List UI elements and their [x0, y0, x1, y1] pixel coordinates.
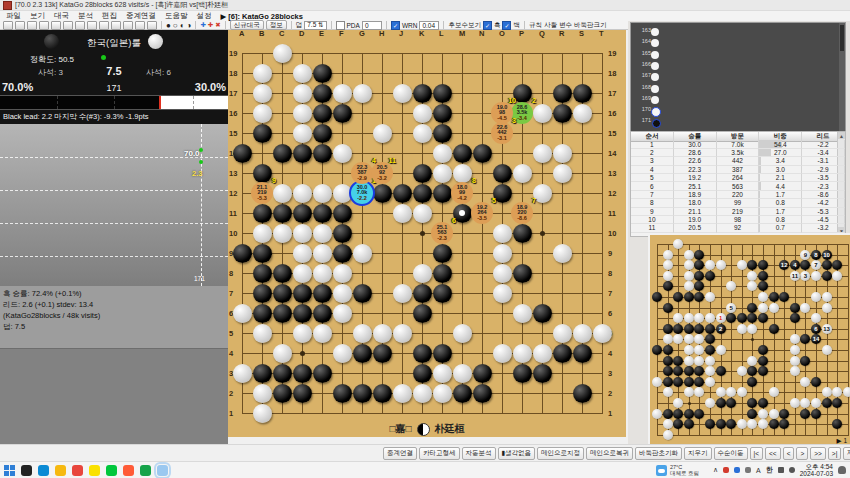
- stone: [273, 304, 292, 323]
- toolbar-icon-3[interactable]: [39, 21, 49, 30]
- menu-item-2[interactable]: 대국: [54, 11, 69, 21]
- menu-item-7[interactable]: 설정: [197, 11, 212, 21]
- winrate-bar-marker: [159, 96, 161, 109]
- coord-letter: L: [439, 29, 444, 38]
- mini-stone: [684, 387, 694, 397]
- graph-move-label: 171: [194, 275, 205, 282]
- taskbar-weather[interactable]: 27°C 대체로 흐림: [656, 464, 699, 476]
- coord-number: 3: [608, 369, 612, 378]
- mini-stone: [747, 260, 757, 270]
- toolbar-icon-12[interactable]: [147, 21, 157, 30]
- mini-stone: [747, 366, 757, 376]
- mini-stone: [716, 398, 726, 408]
- mini-stone: [673, 409, 683, 419]
- tree-node[interactable]: [651, 73, 659, 81]
- mini-stone: [652, 292, 662, 302]
- mini-stone: [790, 356, 800, 366]
- stone: [433, 124, 452, 143]
- stone: [433, 184, 452, 203]
- bottom-button-4[interactable]: 메인으로지정: [537, 447, 584, 460]
- mini-stone: [790, 334, 800, 344]
- mini-stone: [758, 409, 768, 419]
- mini-stone: [663, 419, 673, 429]
- stone: [333, 264, 352, 283]
- stone: [333, 384, 352, 403]
- stone: [253, 84, 272, 103]
- candidate-move[interactable]: 19.098-4.510: [491, 102, 513, 124]
- mini-stone: [747, 313, 757, 323]
- toolbar-menu-1[interactable]: 사활: [544, 21, 557, 30]
- mini-stone: [747, 377, 757, 387]
- bottom-button-15[interactable]: 제거: [843, 447, 850, 460]
- bottom-button-8[interactable]: 수순이동: [714, 447, 748, 460]
- taskbar-icon-chrome[interactable]: [72, 465, 83, 476]
- stone: [533, 304, 552, 323]
- table-row[interactable]: 519.22642.1-3.5: [631, 174, 845, 182]
- mini-stone: [684, 419, 694, 429]
- stone: [313, 244, 332, 263]
- app-icon: [3, 1, 12, 10]
- stone: [313, 264, 332, 283]
- stone: [513, 164, 532, 183]
- stone: [253, 304, 272, 323]
- bottom-button-10[interactable]: <<: [765, 447, 781, 460]
- mini-stone: [694, 366, 704, 376]
- coord-number: 7: [229, 289, 233, 298]
- notification-bell-icon[interactable]: [838, 466, 846, 474]
- table-row[interactable]: 130.07.0k54.4-2.2: [631, 140, 845, 148]
- mini-stone: [726, 313, 736, 323]
- bottom-button-5[interactable]: 메인으로복귀: [586, 447, 633, 460]
- volume-icon[interactable]: [789, 467, 795, 473]
- mini-stone: [663, 377, 673, 387]
- toolbar-icon-0[interactable]: [3, 21, 13, 30]
- bottom-toolbar: 중계연결카타고형세자동분석▮생각없음메인으로지정메인으로복귀바둑판초기화지우기수…: [0, 444, 850, 461]
- tree-move-number: 163: [639, 27, 651, 33]
- stone: [293, 364, 312, 383]
- mini-stone: [790, 303, 800, 313]
- mini-stone: [758, 398, 768, 408]
- bottom-button-3[interactable]: ▮생각없음: [498, 447, 536, 460]
- taskbar-icon-file-explorer[interactable]: [55, 465, 66, 476]
- stone: [313, 64, 332, 83]
- coord-number: 10: [608, 229, 616, 238]
- pda-label: PDA: [347, 22, 360, 29]
- candidate-move[interactable]: 18.099-4.28: [451, 182, 473, 204]
- bottom-button-14[interactable]: >|: [828, 447, 841, 460]
- mini-stone: [684, 324, 694, 334]
- red-cross-icon[interactable]: ✚: [208, 21, 213, 29]
- mini-stone: [694, 250, 704, 260]
- tree-scrollbar[interactable]: [839, 23, 845, 131]
- toolbar-icon-9[interactable]: [111, 21, 121, 30]
- tree-node[interactable]: [651, 28, 659, 36]
- toolbar-icon-7[interactable]: [87, 21, 97, 30]
- mini-stone: [800, 356, 810, 366]
- tree-move-number: 171: [639, 117, 651, 123]
- mini-stone: [758, 419, 768, 429]
- stone: [353, 344, 372, 363]
- mini-stone: [705, 419, 715, 429]
- mini-stone: [663, 250, 673, 260]
- mini-stone: [822, 292, 832, 302]
- mini-stone: [832, 419, 842, 429]
- stat-line-1: 리드: 2.6 (+0.1) stdev: 13.4: [3, 299, 228, 310]
- coord-letter: B: [259, 29, 264, 38]
- mini-stone: [705, 260, 715, 270]
- stone: [573, 344, 592, 363]
- tree-node[interactable]: [651, 85, 659, 93]
- stone: [513, 224, 532, 243]
- white-winrate-pct: 30.0%: [158, 81, 226, 93]
- taskbar-icon-calculator[interactable]: [157, 465, 168, 476]
- engine-status-dot: [101, 55, 106, 60]
- coord-letter: D: [299, 29, 304, 38]
- analysis-panel: 한국(일본)룰 정확도: 50.5 사석: 3 7.5 사석: 6 70.0% …: [0, 30, 228, 444]
- tray-app-icon[interactable]: [723, 467, 729, 473]
- toolbar-icon-1[interactable]: [15, 21, 25, 30]
- mini-stone: [811, 377, 821, 387]
- mini-stone: [663, 271, 673, 281]
- menu-item-6[interactable]: 도움말: [165, 11, 188, 21]
- taskbar-icon-app-dark[interactable]: [21, 465, 32, 476]
- candidate-move[interactable]: 25.1563-2.36: [431, 222, 453, 244]
- taskbar-icon-edge[interactable]: [38, 465, 49, 476]
- title-bar[interactable]: [70.0 2.3 13k] KataGo 28blocks 628 visit…: [0, 0, 850, 11]
- stone-tool-icon[interactable]: ◐: [180, 22, 185, 29]
- white-player-name: 朴廷桓: [435, 422, 465, 436]
- mini-stone: [800, 334, 810, 344]
- coord-number: 16: [229, 109, 237, 118]
- mini-stone: [832, 260, 842, 270]
- tree-node[interactable]: [651, 62, 659, 70]
- mini-stone: [673, 334, 683, 344]
- stone: [433, 84, 452, 103]
- coord-number: 18: [608, 69, 616, 78]
- mini-stone: [737, 260, 747, 270]
- bottom-button-12[interactable]: >: [796, 447, 808, 460]
- mini-stone: [747, 419, 757, 429]
- stone: [353, 244, 372, 263]
- candidate-move[interactable]: 22.3387-2.94: [351, 162, 373, 184]
- tray-caret-icon[interactable]: ∧: [713, 466, 718, 474]
- stone: [253, 284, 272, 303]
- stone: [273, 284, 292, 303]
- stone: [433, 264, 452, 283]
- lead-text: Black lead: 2.2 마지막 수(#3): -9.3% -1.9pts: [3, 112, 148, 122]
- mini-stone: [790, 366, 800, 376]
- bottom-button-13[interactable]: >>: [810, 447, 826, 460]
- stone: [413, 264, 432, 283]
- stone: [413, 384, 432, 403]
- pv-stone: 1: [716, 313, 726, 323]
- stone: [453, 384, 472, 403]
- network-icon[interactable]: [778, 467, 784, 473]
- coord-number: 1: [608, 409, 612, 418]
- graph-score-label: 2.3: [192, 169, 202, 178]
- coord-number: 14: [608, 149, 616, 158]
- variation-board[interactable]: 1234567891011121314 ▶ 1: [648, 233, 850, 448]
- table-row[interactable]: 818.0990.8-4.2: [631, 199, 845, 207]
- stone: [413, 344, 432, 363]
- mini-stone: [843, 387, 850, 397]
- coord-letter: K: [419, 29, 424, 38]
- tree-node[interactable]: [652, 119, 661, 128]
- winrate-bar: [0, 95, 228, 110]
- winrate-graph[interactable]: 70.0 2.3 171: [0, 124, 228, 286]
- bottom-button-0[interactable]: 중계연결: [383, 447, 417, 460]
- bottom-button-9[interactable]: |<: [750, 447, 763, 460]
- coord-number: 13: [229, 169, 237, 178]
- stone: [393, 284, 412, 303]
- coord-number: 12: [229, 189, 237, 198]
- stone: [473, 364, 492, 383]
- mini-stone: [832, 387, 842, 397]
- mini-stone: [769, 324, 779, 334]
- system-tray[interactable]: ∧ A 한 오후 4:54 2024-07-03: [713, 463, 846, 477]
- mini-stone: [673, 377, 683, 387]
- coord-number: 7: [608, 289, 612, 298]
- mini-stone: [822, 398, 832, 408]
- coord-letter: N: [479, 29, 484, 38]
- table-row[interactable]: 228.63.5k27.0-3.4: [631, 149, 845, 157]
- mini-stone: [811, 398, 821, 408]
- table-row[interactable]: 1019.0980.8-4.5: [631, 216, 845, 224]
- stone: [273, 144, 292, 163]
- graph-winrate-dot: [199, 160, 203, 164]
- ime-korean-icon[interactable]: 한: [766, 465, 773, 475]
- mini-stone: [716, 419, 726, 429]
- bottom-button-6[interactable]: 바둑판초기화: [635, 447, 682, 460]
- coord-number: 8: [608, 269, 612, 278]
- toolbar-icon-4[interactable]: [51, 21, 61, 30]
- stone: [273, 344, 292, 363]
- stone: [313, 304, 332, 323]
- star-point: [420, 231, 425, 236]
- mini-stone: [822, 303, 832, 313]
- pv-stone: 13: [822, 324, 832, 334]
- stone: [413, 284, 432, 303]
- white-captures: 사석: 6: [146, 67, 216, 78]
- stone: [253, 324, 272, 343]
- toolbar-icon-11[interactable]: [135, 21, 145, 30]
- tree-move-number: 169: [639, 95, 651, 101]
- menu-item-4[interactable]: 편집: [102, 11, 117, 21]
- mini-stone: [684, 313, 694, 323]
- stone: [293, 84, 312, 103]
- taskbar-icon-kakaotalk[interactable]: [89, 465, 100, 476]
- mini-stone: [663, 430, 673, 440]
- candidate-move[interactable]: 18.9220-8.67: [511, 202, 533, 224]
- candidate-move[interactable]: 22.6442-3.13: [491, 122, 513, 144]
- mini-stone: [758, 292, 768, 302]
- language-latin-icon[interactable]: A: [756, 467, 761, 474]
- stone: [533, 104, 552, 123]
- mini-stone: [673, 313, 683, 323]
- stone: [453, 324, 472, 343]
- game-tree[interactable]: 163164165166167168169170171: [630, 22, 846, 132]
- table-row[interactable]: 625.15634.4-2.3: [631, 182, 845, 190]
- stone: [313, 224, 332, 243]
- pv-stone: 2: [716, 324, 726, 334]
- table-row[interactable]: 322.64423.4-3.1: [631, 157, 845, 165]
- mini-stone: [800, 303, 810, 313]
- mini-stone: [747, 281, 757, 291]
- last-move-marker: [459, 210, 465, 216]
- coord-letter: T: [599, 29, 604, 38]
- star-point: [300, 351, 305, 356]
- toolbar-icon-6[interactable]: [75, 21, 85, 30]
- stone: [513, 344, 532, 363]
- mini-stone: [737, 324, 747, 334]
- stat-line-2: (KataGo28blocks / 48k visits): [3, 310, 228, 321]
- mini-stone: [652, 345, 662, 355]
- candidate-move[interactable]: 19.2264-3.55: [471, 202, 493, 224]
- mini-stone: [769, 303, 779, 313]
- stone: [293, 144, 312, 163]
- stone: [393, 204, 412, 223]
- stone: [233, 244, 252, 263]
- menu-item-3[interactable]: 분석: [78, 11, 93, 21]
- bottom-button-1[interactable]: 카타고형세: [419, 447, 460, 460]
- stone: [293, 284, 312, 303]
- mini-stone: [758, 366, 768, 376]
- stone: [293, 264, 312, 283]
- mini-stone: [705, 334, 715, 344]
- stone: [433, 384, 452, 403]
- taskbar: 27°C 대체로 흐림 ∧ A 한 오후 4:54 2024-07-03: [0, 461, 850, 478]
- taskbar-icon-app-orange[interactable]: [123, 465, 134, 476]
- stone: [413, 304, 432, 323]
- coord-letter: G: [359, 29, 365, 38]
- stone-tool-icon[interactable]: ●: [166, 22, 171, 29]
- stone: [333, 344, 352, 363]
- mini-stone: [673, 398, 683, 408]
- stone: [493, 264, 512, 283]
- mini-stone: [758, 260, 768, 270]
- stone: [553, 244, 572, 263]
- pv-stone: 10: [822, 250, 832, 260]
- mini-stone: [800, 409, 810, 419]
- stone: [253, 124, 272, 143]
- coord-letter: R: [559, 29, 564, 38]
- menu-item-0[interactable]: 파일: [6, 11, 21, 21]
- start-button[interactable]: [4, 465, 15, 476]
- stone: [333, 304, 352, 323]
- star-point: [688, 402, 691, 405]
- mini-stone: [832, 271, 842, 281]
- toolbar-icon-8[interactable]: [99, 21, 109, 30]
- winrate-bar-gridline: [114, 96, 116, 109]
- stone: [533, 344, 552, 363]
- tree-node[interactable]: [651, 39, 659, 47]
- toolbar-icon-5[interactable]: [63, 21, 73, 30]
- coord-number: 9: [608, 249, 612, 258]
- main-board[interactable]: ABCDEFGHJKLMNOPQRST191918181717161615151…: [228, 30, 626, 437]
- stone-tool-icon[interactable]: ◑: [187, 22, 192, 29]
- stone: [373, 124, 392, 143]
- stone: [313, 324, 332, 343]
- mini-stone: [737, 313, 747, 323]
- mini-stone: [663, 387, 673, 397]
- weather-icon: [656, 465, 667, 476]
- candidate-move[interactable]: 20.592-3.211: [371, 162, 393, 184]
- bottom-button-7[interactable]: 지우기: [684, 447, 712, 460]
- blue-cross-icon[interactable]: ✚: [200, 21, 205, 29]
- bottom-button-2[interactable]: 자동분석: [462, 447, 496, 460]
- table-row[interactable]: 921.12191.7-5.3: [631, 208, 845, 216]
- scroll-up-icon[interactable]: ▲: [838, 132, 845, 139]
- mini-stone: [758, 356, 768, 366]
- app-window: [70.0 2.3 13k] KataGo 28blocks 628 visit…: [0, 0, 850, 478]
- table-row[interactable]: 1120.5920.7-3.2: [631, 224, 845, 232]
- tray-app-icon[interactable]: [745, 467, 751, 473]
- menu-item-5[interactable]: 중계연결: [126, 11, 156, 21]
- mini-stone: [673, 419, 683, 429]
- tree-node[interactable]: [651, 107, 661, 117]
- graph-gridline: [0, 190, 228, 191]
- taskbar-icon-melon[interactable]: [106, 465, 117, 476]
- coord-number: 16: [608, 109, 616, 118]
- mini-stone: [694, 377, 704, 387]
- menu-item-1[interactable]: 보기: [30, 11, 45, 21]
- candidate-move[interactable]: 21.1219-5.39: [251, 182, 273, 204]
- stone: [253, 364, 272, 383]
- stone: [333, 204, 352, 223]
- mini-stone: [800, 260, 810, 270]
- stone: [353, 84, 372, 103]
- mini-stone: [694, 313, 704, 323]
- mini-stone: [684, 281, 694, 291]
- bottom-button-11[interactable]: <: [783, 447, 795, 460]
- stone: [253, 164, 272, 183]
- table-row[interactable]: 718.92201.7-8.6: [631, 191, 845, 199]
- stone: [433, 144, 452, 163]
- toolbar-icon-10[interactable]: [123, 21, 133, 30]
- mini-stone: [673, 366, 683, 376]
- mini-stone: [811, 409, 821, 419]
- mini-stone: [705, 377, 715, 387]
- mini-stone: [684, 292, 694, 302]
- stone-tool-icon[interactable]: ○: [173, 22, 178, 29]
- mini-stone: [684, 334, 694, 344]
- taskbar-clock[interactable]: 오후 4:54 2024-07-03: [800, 463, 833, 477]
- tray-app-icon[interactable]: [734, 467, 740, 473]
- pv-stone: 4: [790, 260, 800, 270]
- stone: [313, 104, 332, 123]
- mini-stone: [705, 345, 715, 355]
- table-row[interactable]: 422.33873.0-2.9: [631, 166, 845, 174]
- candidate-table[interactable]: 순서승률방문비중리드 ▲ ▼ 130.07.0k54.4-2.2228.63.5…: [630, 131, 846, 237]
- taskbar-icon-app-green[interactable]: [140, 465, 151, 476]
- pv-stone: 9: [800, 250, 810, 260]
- coord-letter: M: [459, 29, 465, 38]
- stone: [533, 364, 552, 383]
- coord-number: 2: [229, 389, 233, 398]
- tree-node[interactable]: [651, 51, 659, 59]
- stone: [573, 324, 592, 343]
- mini-stone: [673, 239, 683, 249]
- mini-stone: [779, 409, 789, 419]
- delete-icon[interactable]: ✖: [215, 21, 220, 29]
- stone: [253, 224, 272, 243]
- tree-node[interactable]: [651, 96, 659, 104]
- stone: [473, 144, 492, 163]
- stone: [553, 144, 572, 163]
- coord-number: 2: [608, 389, 612, 398]
- stone: [553, 164, 572, 183]
- toolbar-icon-2[interactable]: [27, 21, 37, 30]
